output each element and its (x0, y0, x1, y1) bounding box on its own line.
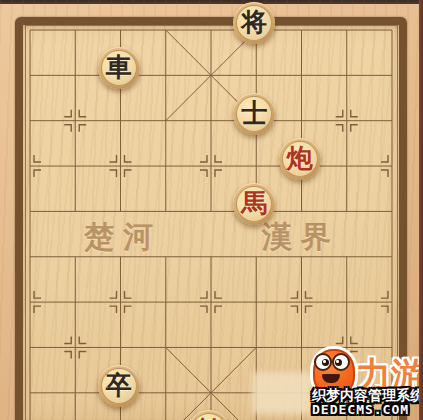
piece-face: 帥 (191, 413, 227, 420)
piece-label: 馬 (241, 190, 267, 216)
piece-black-chariot[interactable]: 車 (98, 47, 140, 89)
river-label-chu-he: 楚河 (84, 217, 162, 258)
piece-label: 卒 (106, 372, 132, 398)
piece-label: 炮 (287, 145, 313, 171)
piece-black-general[interactable]: 将 (233, 2, 275, 44)
eye-glint (336, 360, 339, 363)
piece-label: 士 (241, 100, 267, 126)
frog-left-eye (314, 353, 332, 371)
piece-face: 将 (236, 5, 272, 41)
frog-right-pupil (335, 359, 342, 366)
piece-label: 車 (106, 54, 132, 80)
piece-face: 車 (101, 50, 137, 86)
watermark-dedecms-url: DEDECMS.COM (312, 402, 409, 417)
piece-black-soldier[interactable]: 卒 (98, 365, 140, 407)
frog-left-pupil (322, 359, 329, 366)
piece-red-cannon[interactable]: 炮 (279, 138, 321, 180)
piece-face: 士 (236, 96, 272, 132)
piece-black-advisor[interactable]: 士 (233, 93, 275, 135)
piece-face: 炮 (282, 141, 318, 177)
blurred-watermark-patch (252, 372, 313, 414)
piece-face: 馬 (236, 186, 272, 222)
river-label-han-jie: 漢界 (262, 217, 340, 258)
piece-label: 将 (241, 9, 267, 35)
eye-glint (323, 360, 326, 363)
piece-face: 卒 (101, 368, 137, 404)
frog-right-eye (332, 353, 350, 371)
right-edge-strip (419, 0, 423, 420)
